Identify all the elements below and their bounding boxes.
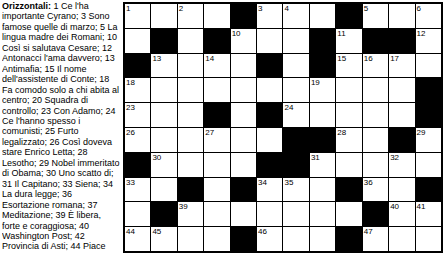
block-cell [336,227,361,251]
letter-cell[interactable]: 40 [389,202,414,226]
letter-cell[interactable] [151,103,176,127]
letter-cell[interactable] [310,227,335,251]
letter-cell[interactable]: 30 [151,153,176,177]
across-clues-text: 1 Ce l'ha importante Cyrano; 3 Sono famo… [2,1,120,253]
letter-cell[interactable]: 13 [151,54,176,78]
block-cell [257,103,282,127]
letter-cell[interactable] [231,128,256,152]
clue-number: 45 [152,227,161,236]
clue-number: 28 [337,128,346,137]
letter-cell[interactable]: 18 [125,78,150,102]
block-cell [151,202,176,226]
letter-cell[interactable]: 34 [257,178,282,202]
letter-cell[interactable]: 12 [416,29,441,53]
letter-cell[interactable]: 11 [336,29,361,53]
clue-number: 6 [417,4,421,13]
letter-cell[interactable] [151,178,176,202]
clue-number: 2 [179,4,183,13]
letter-cell[interactable]: 14 [204,54,229,78]
clue-number: 44 [126,227,135,236]
block-cell [389,29,414,53]
clue-number: 32 [390,153,399,162]
letter-cell[interactable] [363,153,388,177]
block-cell [416,103,441,127]
clue-number: 36 [364,178,373,187]
letter-cell[interactable]: 5 [363,4,388,28]
across-clues-heading: Orizzontali: [2,1,51,11]
clue-number: 16 [364,54,373,63]
clue-number: 18 [126,78,135,87]
letter-cell[interactable] [283,227,308,251]
block-cell [231,227,256,251]
letter-cell[interactable]: 15 [336,54,361,78]
clue-number: 31 [311,153,320,162]
letter-cell[interactable] [204,227,229,251]
letter-cell[interactable] [204,202,229,226]
letter-cell[interactable]: 19 [310,78,335,102]
letter-cell[interactable] [310,202,335,226]
clue-number: 5 [364,4,368,13]
letter-cell[interactable] [310,4,335,28]
letter-cell[interactable] [151,128,176,152]
letter-cell[interactable]: 45 [151,227,176,251]
clue-number: 23 [126,103,135,112]
block-cell [257,153,282,177]
letter-cell[interactable] [363,103,388,127]
block-cell [363,202,388,226]
clue-number: 1 [126,4,130,13]
crossword-grid: 1234561011121314151617181923242627282930… [123,2,443,253]
letter-cell[interactable]: 46 [257,227,282,251]
block-cell [416,78,441,102]
letter-cell[interactable] [151,78,176,102]
letter-cell[interactable]: 28 [336,128,361,152]
clue-number: 12 [417,29,426,38]
letter-cell[interactable] [416,227,441,251]
letter-cell[interactable] [178,29,203,53]
block-cell [257,54,282,78]
clue-number: 39 [179,202,188,211]
letter-cell[interactable] [178,128,203,152]
letter-cell[interactable]: 4 [283,4,308,28]
clue-number: 4 [284,4,288,13]
letter-cell[interactable] [231,54,256,78]
block-cell [283,128,308,152]
block-cell [310,54,335,78]
letter-cell[interactable] [178,227,203,251]
block-cell [231,4,256,28]
letter-cell[interactable] [204,178,229,202]
block-cell [416,178,441,202]
block-cell [363,29,388,53]
letter-cell[interactable]: 10 [231,29,256,53]
letter-cell[interactable]: 29 [416,128,441,152]
block-cell [125,153,150,177]
block-cell [310,128,335,152]
letter-cell[interactable] [125,29,150,53]
clue-number: 41 [417,202,426,211]
clue-number: 29 [417,128,426,137]
letter-cell[interactable] [389,103,414,127]
letter-cell[interactable]: 31 [310,153,335,177]
letter-cell[interactable] [257,29,282,53]
clue-number: 17 [390,54,399,63]
clue-number: 24 [284,103,293,112]
letter-cell[interactable]: 24 [283,103,308,127]
clue-number: 14 [205,54,214,63]
letter-cell[interactable]: 26 [125,128,150,152]
block-cell [336,178,361,202]
letter-cell[interactable] [310,178,335,202]
clue-number: 35 [284,178,293,187]
letter-cell[interactable] [178,103,203,127]
clue-number: 13 [152,54,161,63]
clue-number: 30 [152,153,161,162]
letter-cell[interactable] [283,202,308,226]
letter-cell[interactable] [125,202,150,226]
across-clues-panel: Orizzontali: 1 Ce l'ha importante Cyrano… [2,1,121,253]
letter-cell[interactable]: 2 [178,4,203,28]
letter-cell[interactable] [389,178,414,202]
letter-cell[interactable]: 35 [283,178,308,202]
clue-number: 33 [126,178,135,187]
letter-cell[interactable] [231,78,256,102]
letter-cell[interactable] [204,4,229,28]
letter-cell[interactable]: 1 [125,4,150,28]
letter-cell[interactable] [336,78,361,102]
letter-cell[interactable]: 47 [363,227,388,251]
letter-cell[interactable] [389,4,414,28]
letter-cell[interactable] [416,153,441,177]
letter-cell[interactable] [283,78,308,102]
letter-cell[interactable] [257,78,282,102]
letter-cell[interactable]: 41 [416,202,441,226]
clue-number: 3 [258,4,262,13]
letter-cell[interactable]: 27 [204,128,229,152]
block-cell [231,178,256,202]
clue-number: 40 [390,202,399,211]
letter-cell[interactable] [257,128,282,152]
block-cell [204,103,229,127]
block-cell [283,153,308,177]
block-cell [204,29,229,53]
letter-cell[interactable] [151,4,176,28]
clue-number: 34 [258,178,267,187]
letter-cell[interactable]: 23 [125,103,150,127]
letter-cell[interactable]: 36 [363,178,388,202]
letter-cell[interactable] [416,54,441,78]
letter-cell[interactable]: 6 [416,4,441,28]
letter-cell[interactable] [283,54,308,78]
block-cell [125,54,150,78]
clue-number: 26 [126,128,135,137]
block-cell [178,178,203,202]
letter-cell[interactable] [363,128,388,152]
block-cell [336,4,361,28]
clue-number: 47 [364,227,373,236]
letter-cell[interactable] [310,103,335,127]
letter-cell[interactable] [389,78,414,102]
letter-cell[interactable] [231,202,256,226]
letter-cell[interactable] [204,153,229,177]
letter-cell[interactable]: 39 [178,202,203,226]
letter-cell[interactable]: 32 [389,153,414,177]
letter-cell[interactable]: 16 [363,54,388,78]
letter-cell[interactable] [231,153,256,177]
clue-number: 19 [311,78,320,87]
letter-cell[interactable]: 3 [257,4,282,28]
clue-number: 27 [205,128,214,137]
letter-cell[interactable]: 17 [389,54,414,78]
clue-number: 46 [258,227,267,236]
letter-cell[interactable] [336,103,361,127]
block-cell [151,29,176,53]
letter-cell[interactable]: 33 [125,178,150,202]
letter-cell[interactable] [178,78,203,102]
letter-cell[interactable] [336,202,361,226]
letter-cell[interactable] [204,78,229,102]
clue-number: 10 [232,29,241,38]
clue-number: 11 [337,29,345,38]
block-cell [389,128,414,152]
letter-cell[interactable] [178,153,203,177]
letter-cell[interactable]: 44 [125,227,150,251]
letter-cell[interactable] [363,78,388,102]
block-cell [310,29,335,53]
letter-cell[interactable] [178,54,203,78]
letter-cell[interactable] [257,202,282,226]
letter-cell[interactable] [389,227,414,251]
letter-cell[interactable] [283,29,308,53]
letter-cell[interactable] [336,153,361,177]
letter-cell[interactable] [231,103,256,127]
clue-number: 15 [337,54,346,63]
